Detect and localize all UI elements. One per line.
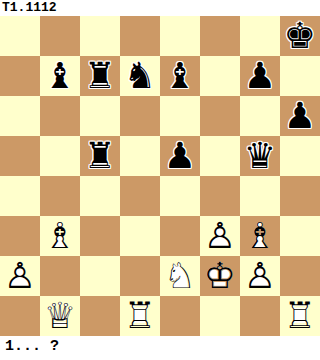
piece-outline: ♔ <box>204 256 236 296</box>
square-d1[interactable]: ♜♖ <box>120 296 160 336</box>
piece-black-knight[interactable]: ♞ <box>124 56 156 96</box>
puzzle-id: T1.1112 <box>0 0 320 16</box>
square-c2[interactable] <box>80 256 120 296</box>
square-e6[interactable] <box>160 96 200 136</box>
square-d5[interactable] <box>120 136 160 176</box>
square-g5[interactable]: ♛ <box>240 136 280 176</box>
square-a6[interactable] <box>0 96 40 136</box>
square-d6[interactable] <box>120 96 160 136</box>
square-b3[interactable]: ♝♗ <box>40 216 80 256</box>
square-a5[interactable] <box>0 136 40 176</box>
piece-outline: ♘ <box>164 256 196 296</box>
piece-black-king[interactable]: ♚ <box>284 16 316 56</box>
piece-white-rook[interactable]: ♜♖ <box>124 296 156 336</box>
piece-black-queen[interactable]: ♛ <box>244 136 276 176</box>
piece-outline: ♖ <box>124 296 156 336</box>
square-c8[interactable] <box>80 16 120 56</box>
piece-outline: ♕ <box>44 296 76 336</box>
piece-white-king[interactable]: ♚♔ <box>204 256 236 296</box>
square-b1[interactable]: ♛♕ <box>40 296 80 336</box>
piece-outline: ♙ <box>204 216 236 256</box>
square-h7[interactable] <box>280 56 320 96</box>
square-a7[interactable] <box>0 56 40 96</box>
square-d7[interactable]: ♞ <box>120 56 160 96</box>
square-e5[interactable]: ♟ <box>160 136 200 176</box>
piece-outline: ♗ <box>44 216 76 256</box>
move-prompt: 1... ? <box>0 336 320 360</box>
piece-white-pawn[interactable]: ♟♙ <box>244 256 276 296</box>
square-f8[interactable] <box>200 16 240 56</box>
square-h4[interactable] <box>280 176 320 216</box>
square-b7[interactable]: ♝ <box>40 56 80 96</box>
square-h5[interactable] <box>280 136 320 176</box>
square-h3[interactable] <box>280 216 320 256</box>
piece-white-queen[interactable]: ♛♕ <box>44 296 76 336</box>
square-b5[interactable] <box>40 136 80 176</box>
square-h8[interactable]: ♚ <box>280 16 320 56</box>
piece-outline: ♙ <box>4 256 36 296</box>
square-g7[interactable]: ♟ <box>240 56 280 96</box>
square-b6[interactable] <box>40 96 80 136</box>
piece-black-rook[interactable]: ♜ <box>84 136 116 176</box>
square-a8[interactable] <box>0 16 40 56</box>
square-a3[interactable] <box>0 216 40 256</box>
square-g3[interactable]: ♝♗ <box>240 216 280 256</box>
square-g2[interactable]: ♟♙ <box>240 256 280 296</box>
piece-black-pawn[interactable]: ♟ <box>284 96 316 136</box>
square-f6[interactable] <box>200 96 240 136</box>
square-d8[interactable] <box>120 16 160 56</box>
square-c4[interactable] <box>80 176 120 216</box>
piece-white-rook[interactable]: ♜♖ <box>284 296 316 336</box>
square-e8[interactable] <box>160 16 200 56</box>
square-a4[interactable] <box>0 176 40 216</box>
square-g1[interactable] <box>240 296 280 336</box>
square-h6[interactable]: ♟ <box>280 96 320 136</box>
piece-black-bishop[interactable]: ♝ <box>164 56 196 96</box>
piece-outline: ♙ <box>244 256 276 296</box>
square-f4[interactable] <box>200 176 240 216</box>
piece-white-pawn[interactable]: ♟♙ <box>4 256 36 296</box>
piece-outline: ♖ <box>284 296 316 336</box>
piece-black-pawn[interactable]: ♟ <box>164 136 196 176</box>
square-e3[interactable] <box>160 216 200 256</box>
chess-board: ♚♝♜♞♝♟♟♜♟♛♝♗♟♙♝♗♟♙♞♘♚♔♟♙♛♕♜♖♜♖ <box>0 16 320 336</box>
square-b2[interactable] <box>40 256 80 296</box>
square-g8[interactable] <box>240 16 280 56</box>
piece-white-bishop[interactable]: ♝♗ <box>44 216 76 256</box>
piece-outline: ♗ <box>244 216 276 256</box>
square-g6[interactable] <box>240 96 280 136</box>
square-h2[interactable] <box>280 256 320 296</box>
square-d3[interactable] <box>120 216 160 256</box>
square-c3[interactable] <box>80 216 120 256</box>
piece-black-pawn[interactable]: ♟ <box>244 56 276 96</box>
square-g4[interactable] <box>240 176 280 216</box>
square-f5[interactable] <box>200 136 240 176</box>
square-e4[interactable] <box>160 176 200 216</box>
square-d4[interactable] <box>120 176 160 216</box>
square-a1[interactable] <box>0 296 40 336</box>
square-e2[interactable]: ♞♘ <box>160 256 200 296</box>
piece-white-bishop[interactable]: ♝♗ <box>244 216 276 256</box>
square-a2[interactable]: ♟♙ <box>0 256 40 296</box>
square-b4[interactable] <box>40 176 80 216</box>
square-c1[interactable] <box>80 296 120 336</box>
square-b8[interactable] <box>40 16 80 56</box>
square-f7[interactable] <box>200 56 240 96</box>
square-c6[interactable] <box>80 96 120 136</box>
piece-white-knight[interactable]: ♞♘ <box>164 256 196 296</box>
square-f2[interactable]: ♚♔ <box>200 256 240 296</box>
piece-black-bishop[interactable]: ♝ <box>44 56 76 96</box>
square-c7[interactable]: ♜ <box>80 56 120 96</box>
square-d2[interactable] <box>120 256 160 296</box>
piece-white-pawn[interactable]: ♟♙ <box>204 216 236 256</box>
square-f3[interactable]: ♟♙ <box>200 216 240 256</box>
square-h1[interactable]: ♜♖ <box>280 296 320 336</box>
square-c5[interactable]: ♜ <box>80 136 120 176</box>
square-f1[interactable] <box>200 296 240 336</box>
square-e1[interactable] <box>160 296 200 336</box>
square-e7[interactable]: ♝ <box>160 56 200 96</box>
piece-black-rook[interactable]: ♜ <box>84 56 116 96</box>
